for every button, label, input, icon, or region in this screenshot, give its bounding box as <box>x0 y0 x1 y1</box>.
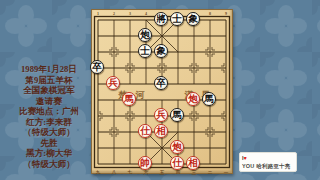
info-line: 第9届五羊杯 <box>1 75 97 86</box>
black-piece-象: 象 <box>186 12 200 26</box>
info-line: 邀请赛 <box>1 96 97 107</box>
video-frame: { "game": "xiangqi", "position": { "fen"… <box>0 0 320 180</box>
red-piece-仕: 仕 <box>170 156 184 170</box>
xiangqi-board: 楚河漢界123456789九八七六五四三二一 將士象炮士象卒卒馬馬兵馬炮兵仕相炮… <box>91 9 233 174</box>
watermark-badge: I♥ YOU 哈利路亚十亮 <box>239 152 297 172</box>
black-piece-炮: 炮 <box>138 28 152 42</box>
red-piece-炮: 炮 <box>186 92 200 106</box>
info-line: （特级大师） <box>1 127 97 138</box>
info-line: 先胜 <box>1 138 97 149</box>
info-line: 红方:李来群 <box>1 117 97 128</box>
red-piece-兵: 兵 <box>154 108 168 122</box>
piece-grid: 將士象炮士象卒卒馬馬兵馬炮兵仕相炮帥仕相 <box>89 11 233 171</box>
info-line: 1989年1月28日 <box>1 64 97 75</box>
red-piece-帥: 帥 <box>138 156 152 170</box>
heart-icon: ♥ <box>244 155 247 161</box>
info-line: 比赛地点：广州 <box>1 106 97 117</box>
red-piece-炮: 炮 <box>170 140 184 154</box>
info-line: 黑方:柳大华 <box>1 148 97 159</box>
black-piece-士: 士 <box>138 44 152 58</box>
watermark-line1: I♥ <box>242 154 294 162</box>
red-piece-相: 相 <box>154 124 168 138</box>
red-piece-仕: 仕 <box>138 124 152 138</box>
black-piece-卒: 卒 <box>154 76 168 90</box>
black-piece-象: 象 <box>154 44 168 58</box>
event-info: 1989年1月28日第9届五羊杯全国象棋冠军邀请赛比赛地点：广州红方:李来群（特… <box>1 64 97 169</box>
black-piece-馬: 馬 <box>202 92 216 106</box>
watermark-line2: YOU 哈利路亚十亮 <box>242 162 294 170</box>
red-piece-兵: 兵 <box>106 76 120 90</box>
black-piece-將: 將 <box>154 12 168 26</box>
black-piece-馬: 馬 <box>170 108 184 122</box>
red-piece-相: 相 <box>186 156 200 170</box>
red-piece-馬: 馬 <box>122 92 136 106</box>
info-line: （特级大师） <box>1 159 97 170</box>
black-piece-士: 士 <box>170 12 184 26</box>
info-line: 全国象棋冠军 <box>1 85 97 96</box>
